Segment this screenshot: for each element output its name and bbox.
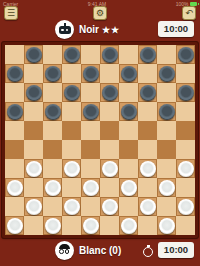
menu-button[interactable]: ☰: [4, 6, 18, 20]
square-r1c9[interactable]: [157, 45, 176, 64]
black-piece[interactable]: [26, 85, 42, 101]
square-r10c8[interactable]: [138, 216, 157, 235]
square-r6c7[interactable]: [119, 140, 138, 159]
white-clock: 10:00: [158, 242, 194, 258]
white-piece[interactable]: [64, 199, 80, 215]
square-r10c2[interactable]: [24, 216, 43, 235]
black-piece[interactable]: [102, 47, 118, 63]
square-r2c7[interactable]: [119, 64, 138, 83]
glasses-icon: [59, 249, 69, 254]
square-r6c10[interactable]: [176, 140, 195, 159]
square-r8c8[interactable]: [138, 178, 157, 197]
board-grid: [5, 45, 195, 235]
white-piece[interactable]: [7, 218, 23, 234]
difficulty-stars: ★★: [102, 25, 120, 35]
square-r8c7[interactable]: [119, 178, 138, 197]
square-r9c4[interactable]: [62, 197, 81, 216]
square-r1c6[interactable]: [100, 45, 119, 64]
square-r3c2[interactable]: [24, 83, 43, 102]
white-piece[interactable]: [102, 199, 118, 215]
black-piece[interactable]: [83, 66, 99, 82]
square-r10c10[interactable]: [176, 216, 195, 235]
black-piece[interactable]: [121, 104, 137, 120]
square-r9c3[interactable]: [43, 197, 62, 216]
square-r8c3[interactable]: [43, 178, 62, 197]
square-r8c6[interactable]: [100, 178, 119, 197]
square-r8c9[interactable]: [157, 178, 176, 197]
square-r1c7[interactable]: [119, 45, 138, 64]
square-r7c8[interactable]: [138, 159, 157, 178]
square-r6c8[interactable]: [138, 140, 157, 159]
white-piece[interactable]: [159, 180, 175, 196]
white-player-bar: Blanc (0) 10:00: [0, 240, 200, 262]
square-r9c7[interactable]: [119, 197, 138, 216]
square-r4c5[interactable]: [81, 102, 100, 121]
white-piece[interactable]: [64, 161, 80, 177]
square-r9c2[interactable]: [24, 197, 43, 216]
white-piece[interactable]: [178, 199, 194, 215]
white-piece[interactable]: [83, 218, 99, 234]
black-piece[interactable]: [7, 66, 23, 82]
square-r3c9[interactable]: [157, 83, 176, 102]
white-player-name: Blanc (0): [79, 240, 121, 261]
square-r1c8[interactable]: [138, 45, 157, 64]
square-r10c5[interactable]: [81, 216, 100, 235]
square-r2c5[interactable]: [81, 64, 100, 83]
square-r1c10[interactable]: [176, 45, 195, 64]
black-piece[interactable]: [159, 66, 175, 82]
black-clock: 10:00: [158, 21, 194, 37]
square-r10c4[interactable]: [62, 216, 81, 235]
black-player-bar: Noir★★ 10:00: [0, 19, 200, 41]
white-piece[interactable]: [178, 161, 194, 177]
square-r9c6[interactable]: [100, 197, 119, 216]
square-r4c6[interactable]: [100, 102, 119, 121]
white-piece[interactable]: [7, 180, 23, 196]
square-r7c2[interactable]: [24, 159, 43, 178]
square-r4c10[interactable]: [176, 102, 195, 121]
black-piece[interactable]: [140, 47, 156, 63]
black-piece[interactable]: [159, 104, 175, 120]
square-r10c3[interactable]: [43, 216, 62, 235]
white-piece[interactable]: [45, 180, 61, 196]
square-r9c5[interactable]: [81, 197, 100, 216]
square-r6c9[interactable]: [157, 140, 176, 159]
square-r9c1[interactable]: [5, 197, 24, 216]
white-piece[interactable]: [140, 199, 156, 215]
square-r8c2[interactable]: [24, 178, 43, 197]
square-r5c7[interactable]: [119, 121, 138, 140]
square-r10c6[interactable]: [100, 216, 119, 235]
white-piece[interactable]: [45, 218, 61, 234]
black-piece[interactable]: [102, 85, 118, 101]
square-r5c8[interactable]: [138, 121, 157, 140]
square-r2c9[interactable]: [157, 64, 176, 83]
square-r5c1[interactable]: [5, 121, 24, 140]
square-r3c6[interactable]: [100, 83, 119, 102]
square-r8c10[interactable]: [176, 178, 195, 197]
square-r2c8[interactable]: [138, 64, 157, 83]
square-r7c1[interactable]: [5, 159, 24, 178]
square-r4c3[interactable]: [43, 102, 62, 121]
black-piece[interactable]: [64, 47, 80, 63]
square-r5c6[interactable]: [100, 121, 119, 140]
black-piece[interactable]: [140, 85, 156, 101]
square-r10c7[interactable]: [119, 216, 138, 235]
square-r5c10[interactable]: [176, 121, 195, 140]
square-r7c7[interactable]: [119, 159, 138, 178]
robot-avatar: [55, 20, 74, 39]
square-r5c2[interactable]: [24, 121, 43, 140]
gear-icon: ⚙: [96, 8, 104, 18]
square-r7c10[interactable]: [176, 159, 195, 178]
white-piece[interactable]: [159, 218, 175, 234]
black-player-name: Noir★★: [79, 19, 120, 41]
square-r3c4[interactable]: [62, 83, 81, 102]
settings-button[interactable]: ⚙: [93, 6, 107, 20]
square-r4c1[interactable]: [5, 102, 24, 121]
square-r5c4[interactable]: [62, 121, 81, 140]
square-r7c3[interactable]: [43, 159, 62, 178]
square-r5c3[interactable]: [43, 121, 62, 140]
square-r3c7[interactable]: [119, 83, 138, 102]
square-r9c9[interactable]: [157, 197, 176, 216]
robot-face-icon: [59, 26, 71, 34]
black-piece[interactable]: [45, 66, 61, 82]
white-piece[interactable]: [26, 199, 42, 215]
white-piece[interactable]: [121, 180, 137, 196]
square-r5c9[interactable]: [157, 121, 176, 140]
square-r1c5[interactable]: [81, 45, 100, 64]
square-r5c5[interactable]: [81, 121, 100, 140]
square-r10c1[interactable]: [5, 216, 24, 235]
square-r1c4[interactable]: [62, 45, 81, 64]
square-r7c6[interactable]: [100, 159, 119, 178]
square-r2c2[interactable]: [24, 64, 43, 83]
square-r2c3[interactable]: [43, 64, 62, 83]
square-r6c1[interactable]: [5, 140, 24, 159]
black-piece[interactable]: [64, 85, 80, 101]
black-piece[interactable]: [178, 47, 194, 63]
black-piece[interactable]: [7, 104, 23, 120]
square-r3c8[interactable]: [138, 83, 157, 102]
black-piece[interactable]: [178, 85, 194, 101]
square-r7c9[interactable]: [157, 159, 176, 178]
black-piece[interactable]: [26, 47, 42, 63]
square-r2c6[interactable]: [100, 64, 119, 83]
stopwatch-icon: [143, 245, 153, 257]
square-r6c4[interactable]: [62, 140, 81, 159]
square-r6c6[interactable]: [100, 140, 119, 159]
white-piece[interactable]: [83, 180, 99, 196]
square-r2c10[interactable]: [176, 64, 195, 83]
square-r1c1[interactable]: [5, 45, 24, 64]
square-r4c9[interactable]: [157, 102, 176, 121]
app-screen: Carrier 9:41 AM 100% ☰ ⚙ ↶ Noir★★ 10:00: [0, 0, 200, 266]
square-r8c4[interactable]: [62, 178, 81, 197]
square-r9c8[interactable]: [138, 197, 157, 216]
square-r4c7[interactable]: [119, 102, 138, 121]
square-r3c10[interactable]: [176, 83, 195, 102]
square-r3c5[interactable]: [81, 83, 100, 102]
menu-icon: ☰: [7, 8, 15, 18]
black-piece[interactable]: [83, 104, 99, 120]
square-r8c1[interactable]: [5, 178, 24, 197]
square-r6c5[interactable]: [81, 140, 100, 159]
square-r3c1[interactable]: [5, 83, 24, 102]
square-r2c4[interactable]: [62, 64, 81, 83]
white-piece[interactable]: [140, 161, 156, 177]
square-r4c2[interactable]: [24, 102, 43, 121]
square-r6c3[interactable]: [43, 140, 62, 159]
black-piece[interactable]: [121, 66, 137, 82]
square-r3c3[interactable]: [43, 83, 62, 102]
square-r1c3[interactable]: [43, 45, 62, 64]
square-r7c5[interactable]: [81, 159, 100, 178]
white-piece[interactable]: [26, 161, 42, 177]
square-r10c9[interactable]: [157, 216, 176, 235]
draughts-board: [2, 42, 198, 238]
square-r4c8[interactable]: [138, 102, 157, 121]
square-r9c10[interactable]: [176, 197, 195, 216]
undo-icon: ↶: [185, 8, 193, 18]
square-r8c5[interactable]: [81, 178, 100, 197]
black-piece[interactable]: [45, 104, 61, 120]
square-r6c2[interactable]: [24, 140, 43, 159]
white-player-avatar: [55, 241, 74, 260]
square-r2c1[interactable]: [5, 64, 24, 83]
square-r4c4[interactable]: [62, 102, 81, 121]
undo-button[interactable]: ↶: [182, 6, 196, 20]
square-r7c4[interactable]: [62, 159, 81, 178]
white-piece[interactable]: [121, 218, 137, 234]
white-piece[interactable]: [102, 161, 118, 177]
square-r1c2[interactable]: [24, 45, 43, 64]
